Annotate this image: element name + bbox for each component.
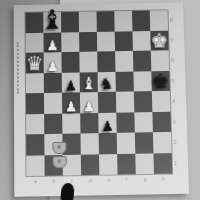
square-d4[interactable]: ♟ bbox=[80, 92, 98, 113]
maker-emblems bbox=[52, 142, 66, 171]
square-d2[interactable] bbox=[81, 133, 99, 154]
square-b3[interactable] bbox=[44, 113, 62, 134]
square-b5[interactable] bbox=[44, 72, 62, 93]
square-f4[interactable] bbox=[116, 91, 134, 112]
piece-black-king-h5[interactable]: ♚ bbox=[151, 71, 169, 91]
square-g2[interactable] bbox=[135, 132, 154, 153]
left-margin-print bbox=[17, 42, 26, 94]
rank-label-7: 7 bbox=[170, 37, 173, 43]
square-g3[interactable] bbox=[134, 112, 153, 133]
square-f8[interactable] bbox=[114, 11, 132, 31]
file-label-b: b bbox=[45, 177, 63, 183]
square-b6[interactable]: ♟ bbox=[44, 52, 62, 73]
square-h7[interactable]: ♚ bbox=[150, 30, 168, 50]
offboard-captured-piece[interactable] bbox=[60, 182, 75, 200]
file-label-h: h bbox=[154, 176, 172, 182]
square-e5[interactable]: ♞ bbox=[98, 71, 116, 92]
square-a5[interactable] bbox=[26, 73, 44, 94]
file-label-e: e bbox=[99, 177, 117, 183]
square-h2[interactable] bbox=[153, 132, 172, 153]
square-a7[interactable] bbox=[26, 32, 44, 52]
piece-white-pawn-b6[interactable]: ♟ bbox=[46, 59, 59, 73]
file-label-d: d bbox=[81, 177, 99, 183]
square-e7[interactable] bbox=[97, 31, 115, 51]
piece-white-pawn-c4[interactable]: ♟ bbox=[65, 99, 78, 113]
square-d8[interactable] bbox=[79, 11, 97, 31]
square-g1[interactable] bbox=[135, 153, 154, 174]
square-d6[interactable] bbox=[79, 52, 97, 73]
square-a3[interactable] bbox=[26, 113, 44, 134]
square-a2[interactable] bbox=[26, 134, 44, 155]
square-b4[interactable] bbox=[44, 93, 62, 114]
rank-label-3: 3 bbox=[173, 118, 176, 124]
square-e6[interactable] bbox=[97, 51, 115, 72]
square-g5[interactable] bbox=[133, 71, 151, 92]
square-c6[interactable] bbox=[61, 52, 79, 73]
square-a1[interactable] bbox=[26, 155, 44, 176]
square-e3[interactable]: ♟ bbox=[98, 112, 116, 133]
square-d3[interactable] bbox=[80, 113, 98, 134]
file-label-a: a bbox=[26, 178, 44, 184]
square-f2[interactable] bbox=[117, 133, 136, 154]
square-d7[interactable] bbox=[79, 31, 97, 51]
square-b8[interactable]: ♝ bbox=[43, 12, 61, 32]
chessboard-mat: ♝♟♚♛♟♟♝♞♚♟♟♟ abcdefgh 87654321 bbox=[14, 2, 189, 197]
square-h5[interactable]: ♚ bbox=[151, 70, 170, 91]
square-g6[interactable] bbox=[133, 51, 151, 72]
square-e8[interactable] bbox=[97, 11, 115, 31]
square-g7[interactable] bbox=[132, 31, 150, 51]
square-h3[interactable] bbox=[152, 111, 171, 132]
rank-label-4: 4 bbox=[172, 98, 175, 104]
square-h8[interactable] bbox=[150, 10, 168, 30]
rank-label-6: 6 bbox=[171, 57, 174, 63]
file-labels: abcdefgh bbox=[26, 176, 172, 185]
rank-label-8: 8 bbox=[170, 17, 173, 23]
piece-white-bishop-d5[interactable]: ♝ bbox=[81, 75, 96, 92]
maker-emblem-icon bbox=[53, 156, 67, 168]
piece-black-knight-e5[interactable]: ♞ bbox=[99, 76, 114, 92]
piece-white-pawn-d4[interactable]: ♟ bbox=[83, 99, 96, 113]
square-c7[interactable] bbox=[61, 32, 79, 52]
square-f6[interactable] bbox=[115, 51, 133, 72]
square-c5[interactable]: ♟ bbox=[62, 72, 80, 93]
square-d5[interactable]: ♝ bbox=[80, 72, 98, 93]
square-g4[interactable] bbox=[134, 91, 153, 112]
square-b7[interactable]: ♟ bbox=[43, 32, 61, 52]
rank-label-2: 2 bbox=[173, 139, 176, 145]
square-f1[interactable] bbox=[117, 153, 136, 174]
file-label-f: f bbox=[118, 176, 136, 182]
rank-label-1: 1 bbox=[174, 160, 177, 166]
piece-white-king-h7[interactable]: ♚ bbox=[150, 31, 168, 51]
piece-white-queen-a6[interactable]: ♛ bbox=[26, 53, 44, 73]
piece-black-bishop-b8[interactable]: ♝ bbox=[40, 6, 64, 33]
square-f7[interactable] bbox=[115, 31, 133, 51]
square-c4[interactable]: ♟ bbox=[62, 92, 80, 113]
square-a6[interactable]: ♛ bbox=[26, 52, 44, 73]
board-squares: ♝♟♚♛♟♟♝♞♚♟♟♟ bbox=[26, 10, 173, 176]
square-g8[interactable] bbox=[132, 11, 150, 31]
rank-label-5: 5 bbox=[171, 78, 174, 84]
square-h4[interactable] bbox=[152, 91, 171, 112]
square-c3[interactable] bbox=[62, 113, 80, 134]
square-h6[interactable] bbox=[151, 50, 169, 71]
square-e4[interactable] bbox=[98, 92, 116, 113]
square-e2[interactable] bbox=[99, 133, 118, 154]
file-label-g: g bbox=[136, 176, 154, 182]
square-f3[interactable] bbox=[116, 112, 135, 133]
maker-emblem-icon bbox=[52, 142, 66, 154]
square-f5[interactable] bbox=[115, 71, 133, 92]
piece-black-pawn-c5[interactable]: ♟ bbox=[64, 79, 77, 93]
piece-white-pawn-b7[interactable]: ♟ bbox=[46, 38, 59, 52]
square-h1[interactable] bbox=[153, 153, 172, 174]
photo-canvas: ♝♟♚♛♟♟♝♞♚♟♟♟ abcdefgh 87654321 bbox=[0, 0, 200, 200]
square-e1[interactable] bbox=[99, 154, 118, 175]
piece-black-pawn-e3[interactable]: ♟ bbox=[101, 119, 114, 133]
square-d1[interactable] bbox=[81, 154, 100, 175]
square-a4[interactable] bbox=[26, 93, 44, 114]
